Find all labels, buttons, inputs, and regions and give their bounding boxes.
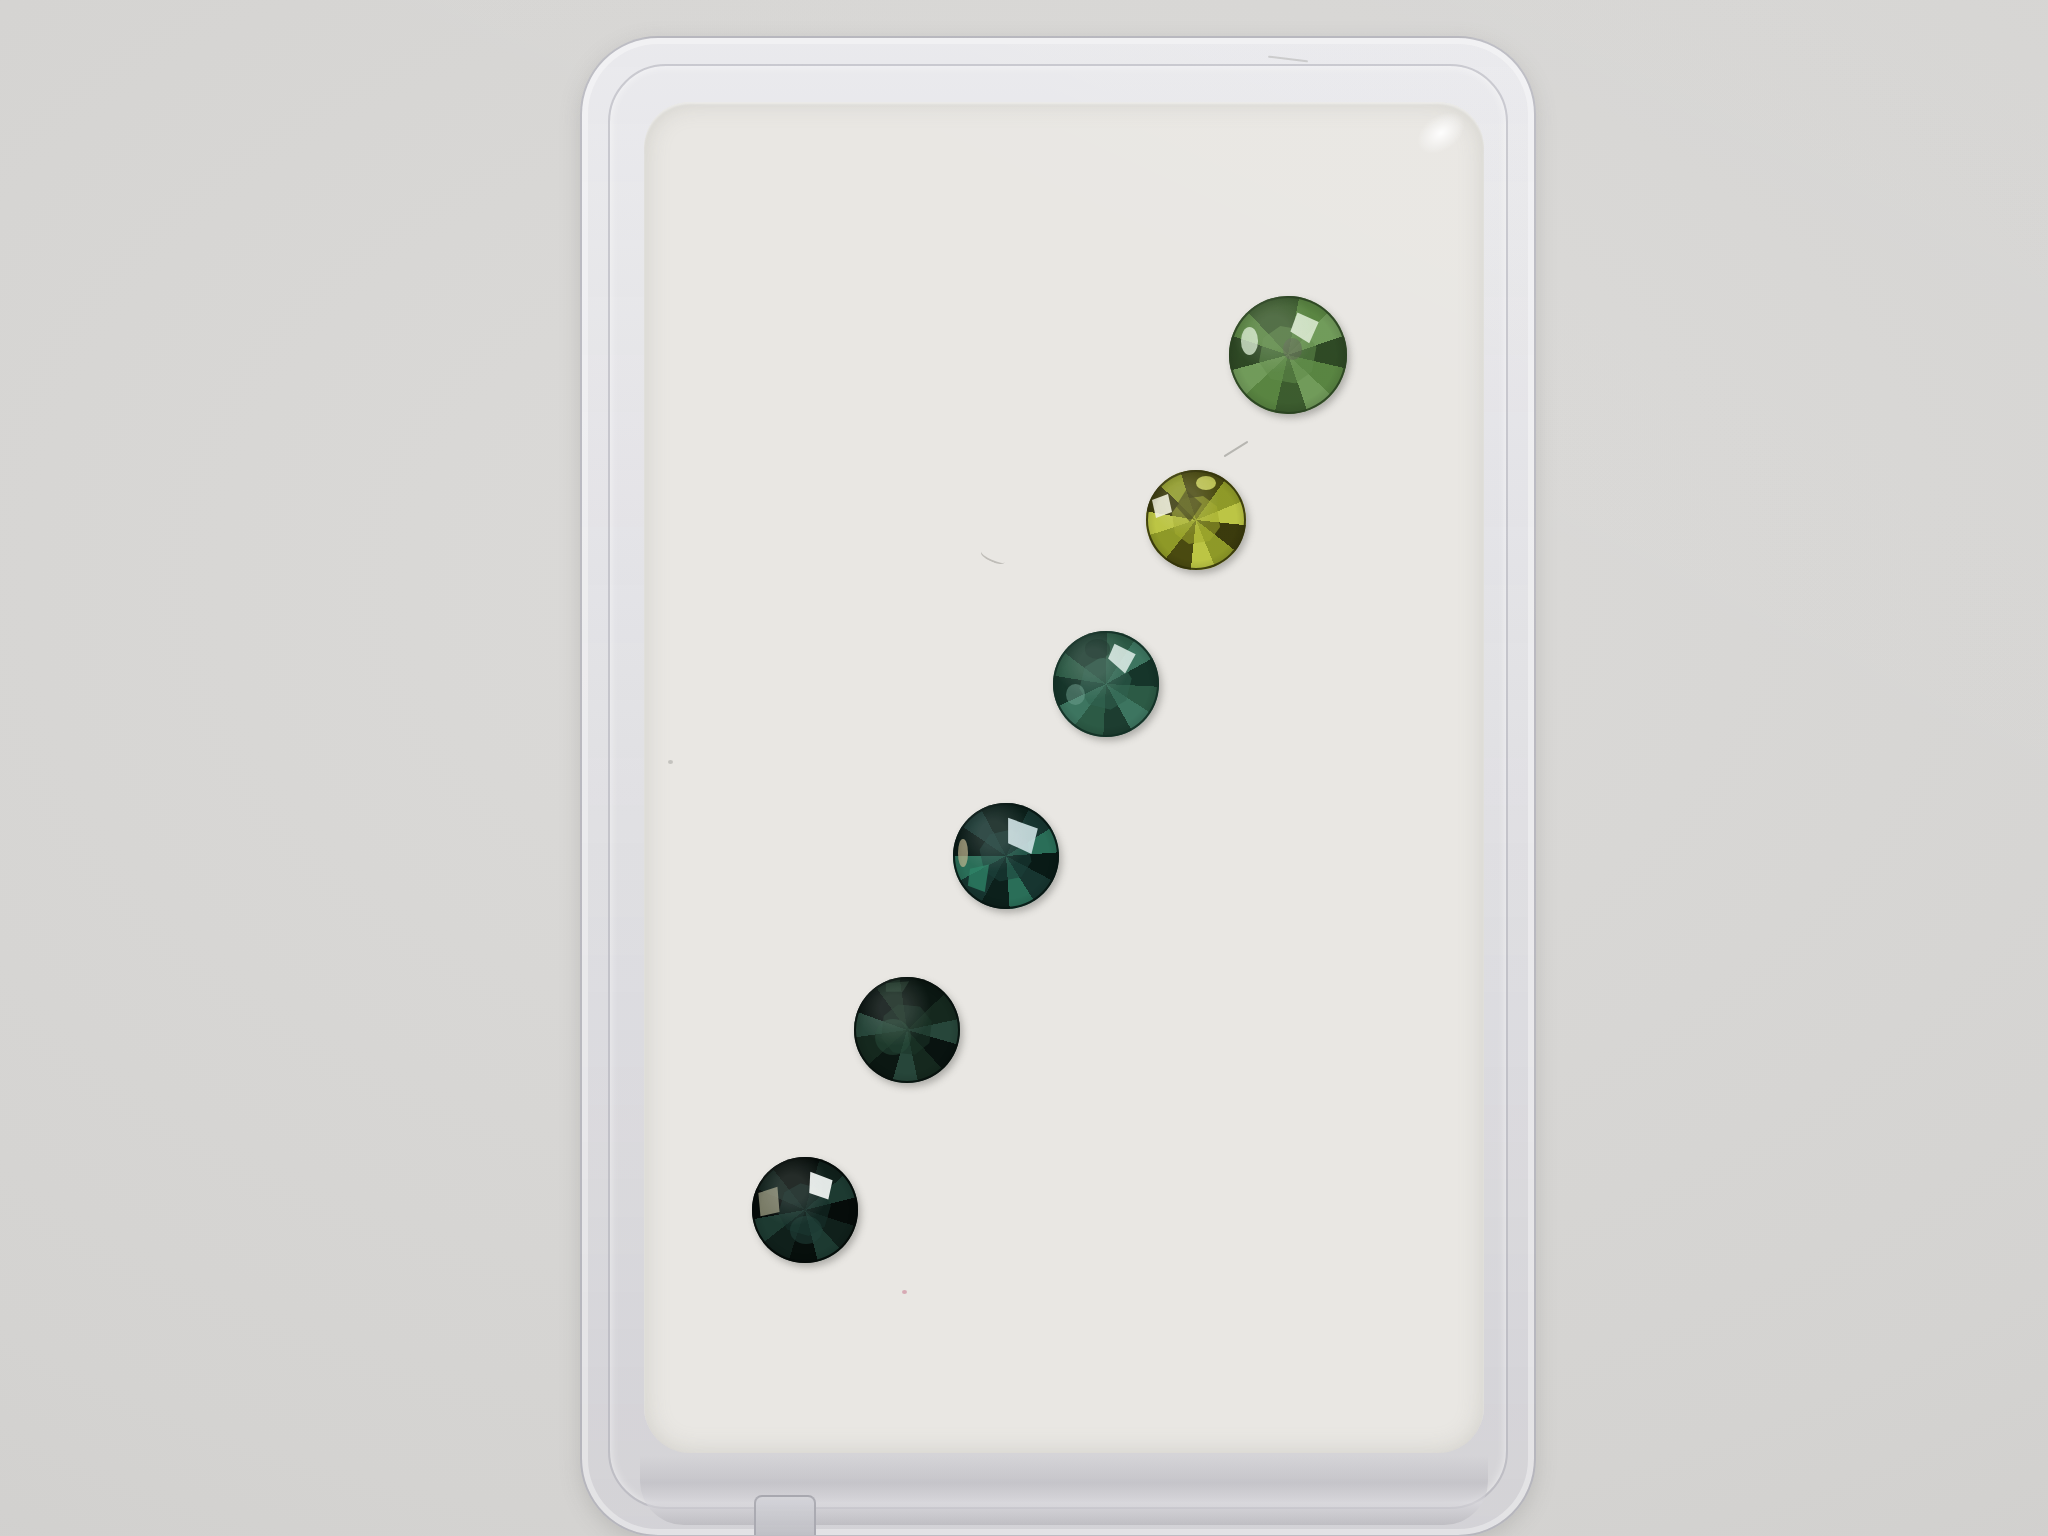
gemstone-4 [953,803,1059,909]
photo-stage [0,0,2048,1536]
gemstone-2 [1146,470,1246,570]
gem-shading-overlay [1229,296,1347,414]
gemstone-3 [1053,631,1159,737]
dust-speck [902,1290,907,1294]
dust-speck [668,760,673,764]
gem-shading-overlay [1146,470,1246,570]
gem-shading-overlay [953,803,1059,909]
gem-shading-overlay [854,977,960,1083]
stones-layer [0,0,2048,1536]
gemstone-6 [752,1157,858,1263]
gem-shading-overlay [752,1157,858,1263]
gemstone-5 [854,977,960,1083]
gemstone-1 [1229,296,1347,414]
gem-shading-overlay [1053,631,1159,737]
